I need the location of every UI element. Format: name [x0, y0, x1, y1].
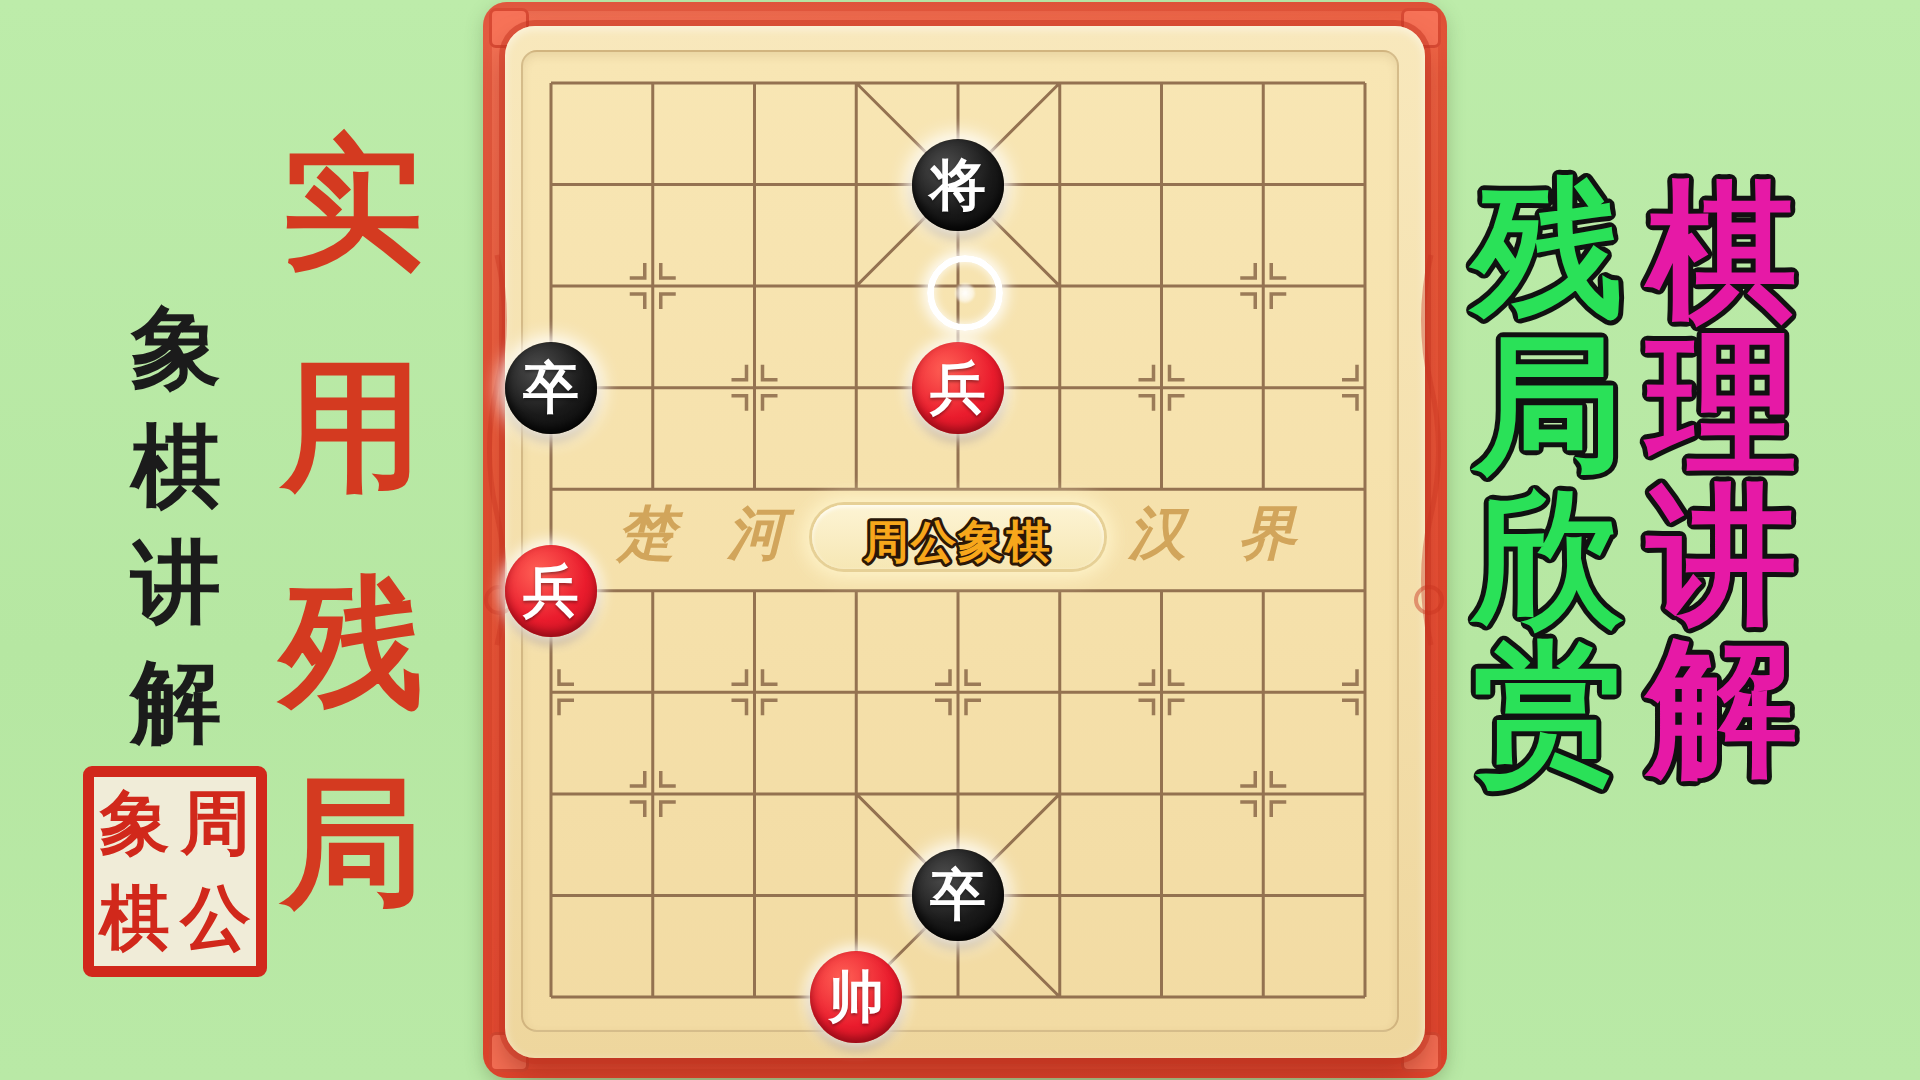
right-title-col2-char: 解	[1643, 620, 1797, 794]
right-title-col2-char: 讲	[1645, 468, 1797, 642]
piece-glyph: 将	[930, 157, 986, 213]
piece-glyph: 兵	[523, 563, 579, 619]
right-title-col2-char: 棋	[1643, 164, 1797, 338]
left-subtitle-char: 解	[131, 642, 221, 764]
left-title-char: 用	[281, 332, 423, 524]
piece-glyph: 兵	[930, 360, 986, 416]
piece-black-soldier[interactable]: 卒	[505, 342, 597, 434]
seal-char: 周	[175, 777, 256, 872]
left-title-char: 实	[281, 109, 423, 301]
left-title-char: 残	[281, 549, 423, 741]
piece-glyph: 帅	[828, 969, 884, 1025]
right-title-col2-char: 理	[1643, 316, 1797, 490]
piece-red-soldier[interactable]: 兵	[912, 342, 1004, 434]
left-subtitle-char: 象	[131, 288, 221, 410]
seal-char: 象	[94, 777, 175, 872]
piece-black-soldier[interactable]: 卒	[912, 849, 1004, 941]
piece-red-general[interactable]: 帅	[810, 951, 902, 1043]
piece-black-general[interactable]: 将	[912, 139, 1004, 231]
right-title-col1-char: 欣	[1469, 471, 1624, 645]
left-subtitle-char: 讲	[131, 522, 221, 644]
river-label-han-jie: 汉 界	[1128, 495, 1312, 573]
stage: 楚 河 汉 界 周公象棋 将卒兵兵卒帅 实用残局象棋讲解 象周棋公 残局欣赏棋理…	[0, 0, 1920, 1080]
right-title-col1-char: 局	[1470, 318, 1623, 492]
highlight-sparkle	[955, 283, 975, 303]
right-title-col1-char: 赏	[1473, 625, 1623, 799]
piece-glyph: 卒	[930, 867, 986, 923]
right-title-col1-char: 残	[1468, 161, 1623, 335]
left-subtitle-char: 棋	[131, 406, 221, 528]
left-title-char: 局	[281, 749, 423, 941]
river-label-chu-he: 楚 河	[617, 495, 801, 573]
seal-char: 公	[175, 872, 256, 967]
seal-stamp: 象周棋公	[83, 766, 267, 977]
piece-glyph: 卒	[523, 360, 579, 416]
move-highlight-ring	[927, 255, 1003, 331]
river-badge-text: 周公象棋	[863, 516, 1052, 567]
seal-char: 棋	[94, 872, 175, 967]
piece-red-soldier[interactable]: 兵	[505, 545, 597, 637]
river-badge: 周公象棋	[812, 505, 1104, 569]
